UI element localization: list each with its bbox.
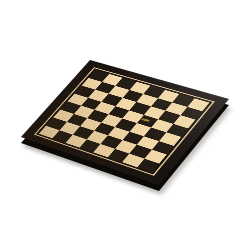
brand-logo-mark [141,118,150,122]
chessboard-photo [0,0,250,250]
chessboard [21,60,229,185]
